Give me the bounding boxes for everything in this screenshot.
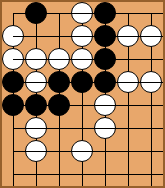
white-stone <box>117 71 139 93</box>
intersection-r7-c3[interactable] <box>48 140 71 163</box>
intersection-r6-c6[interactable] <box>117 117 140 140</box>
white-stone <box>25 140 47 162</box>
intersection-r1-c5[interactable] <box>94 2 117 25</box>
black-stone <box>94 25 116 47</box>
black-stone <box>48 71 70 93</box>
intersection-r3-c7[interactable] <box>140 48 163 71</box>
intersection-r5-c3[interactable] <box>48 94 71 117</box>
intersection-r8-c5[interactable] <box>94 163 117 186</box>
intersection-r5-c7[interactable] <box>140 94 163 117</box>
white-stone <box>140 25 162 47</box>
intersection-r7-c6[interactable] <box>117 140 140 163</box>
white-stone <box>71 2 93 24</box>
intersection-r2-c6[interactable] <box>117 25 140 48</box>
intersection-r2-c3[interactable] <box>48 25 71 48</box>
intersection-r8-c1[interactable] <box>2 163 25 186</box>
white-stone <box>117 25 139 47</box>
black-stone <box>71 71 93 93</box>
intersection-r3-c2[interactable] <box>25 48 48 71</box>
black-stone <box>2 94 24 116</box>
white-stone <box>94 94 116 116</box>
go-diagram <box>0 0 165 188</box>
white-stone <box>25 117 47 139</box>
black-stone <box>94 2 116 24</box>
intersection-r6-c2[interactable] <box>25 117 48 140</box>
intersection-r3-c3[interactable] <box>48 48 71 71</box>
intersection-r2-c1[interactable] <box>2 25 25 48</box>
intersection-r2-c5[interactable] <box>94 25 117 48</box>
intersection-r6-c4[interactable] <box>71 117 94 140</box>
black-stone <box>25 2 47 24</box>
intersection-r6-c7[interactable] <box>140 117 163 140</box>
white-stone <box>25 71 47 93</box>
white-stone <box>48 48 70 70</box>
intersection-r1-c6[interactable] <box>117 2 140 25</box>
intersection-r7-c1[interactable] <box>2 140 25 163</box>
white-stone <box>140 71 162 93</box>
intersection-r5-c4[interactable] <box>71 94 94 117</box>
white-stone <box>71 140 93 162</box>
intersection-r8-c6[interactable] <box>117 163 140 186</box>
intersection-r4-c4[interactable] <box>71 71 94 94</box>
intersection-r5-c1[interactable] <box>2 94 25 117</box>
intersection-r4-c7[interactable] <box>140 71 163 94</box>
intersection-r4-c3[interactable] <box>48 71 71 94</box>
intersection-r1-c2[interactable] <box>25 2 48 25</box>
intersection-r5-c2[interactable] <box>25 94 48 117</box>
white-stone <box>2 48 24 70</box>
white-stone <box>71 48 93 70</box>
go-board <box>2 2 163 186</box>
black-stone <box>2 71 24 93</box>
intersection-r1-c7[interactable] <box>140 2 163 25</box>
intersection-r4-c1[interactable] <box>2 71 25 94</box>
black-stone <box>25 94 47 116</box>
intersection-r4-c6[interactable] <box>117 71 140 94</box>
intersection-r2-c4[interactable] <box>71 25 94 48</box>
intersection-r7-c2[interactable] <box>25 140 48 163</box>
intersection-r6-c3[interactable] <box>48 117 71 140</box>
white-stone <box>94 117 116 139</box>
white-stone <box>25 48 47 70</box>
intersection-r4-c5[interactable] <box>94 71 117 94</box>
intersection-r7-c5[interactable] <box>94 140 117 163</box>
intersection-r6-c5[interactable] <box>94 117 117 140</box>
intersection-r3-c4[interactable] <box>71 48 94 71</box>
intersection-r2-c2[interactable] <box>25 25 48 48</box>
white-stone <box>2 25 24 47</box>
intersection-r1-c1[interactable] <box>2 2 25 25</box>
intersection-r8-c3[interactable] <box>48 163 71 186</box>
intersection-r1-c4[interactable] <box>71 2 94 25</box>
black-stone <box>94 48 116 70</box>
intersection-r7-c4[interactable] <box>71 140 94 163</box>
intersection-r5-c6[interactable] <box>117 94 140 117</box>
black-stone <box>48 94 70 116</box>
intersection-r6-c1[interactable] <box>2 117 25 140</box>
intersection-r8-c4[interactable] <box>71 163 94 186</box>
white-stone <box>71 25 93 47</box>
intersection-r2-c7[interactable] <box>140 25 163 48</box>
black-stone <box>94 71 116 93</box>
intersection-r3-c6[interactable] <box>117 48 140 71</box>
intersection-r8-c7[interactable] <box>140 163 163 186</box>
intersection-r3-c1[interactable] <box>2 48 25 71</box>
intersection-r7-c7[interactable] <box>140 140 163 163</box>
intersection-r3-c5[interactable] <box>94 48 117 71</box>
intersection-r1-c3[interactable] <box>48 2 71 25</box>
intersection-r5-c5[interactable] <box>94 94 117 117</box>
intersection-r4-c2[interactable] <box>25 71 48 94</box>
intersection-r8-c2[interactable] <box>25 163 48 186</box>
